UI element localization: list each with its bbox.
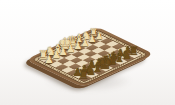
chess-set-photo: ♜♞♝♛♚♝♞♜♟♟♟♟♟♟♟♟♟♟♟♟♟♟♟♟♜♞♝♛♚♝♞♜ bbox=[0, 0, 175, 105]
